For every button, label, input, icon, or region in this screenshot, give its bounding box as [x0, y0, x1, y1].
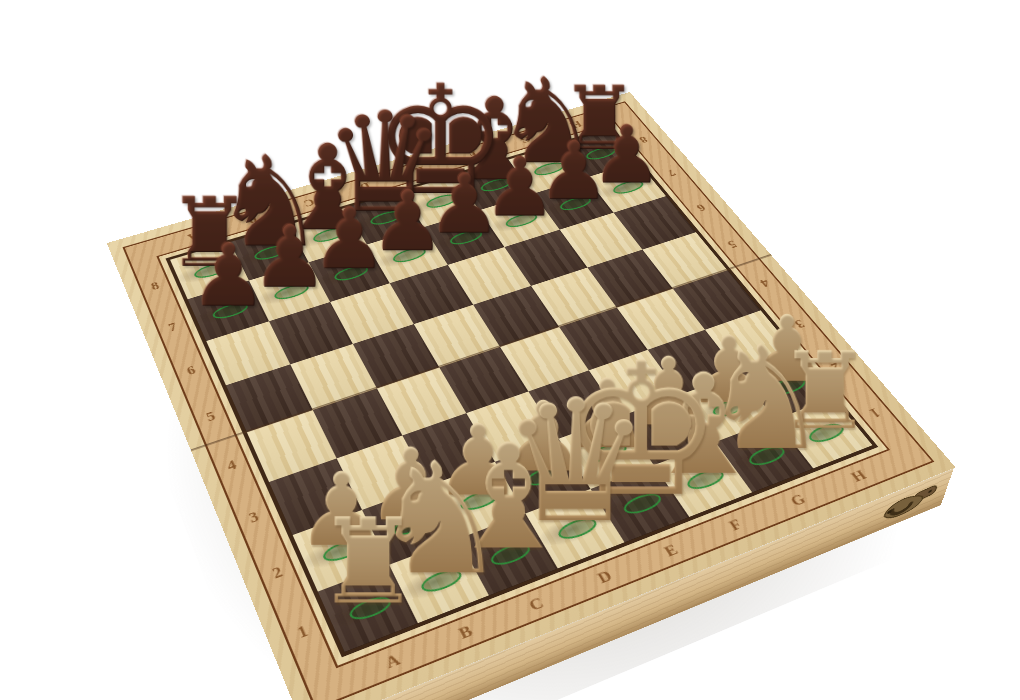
- white-rook-glyph: ♜: [315, 502, 421, 620]
- coord-label-rank-7: 7: [167, 321, 179, 334]
- coord-label-file-a: A: [383, 651, 403, 673]
- coord-label-file-h: H: [848, 467, 870, 485]
- photo-stage: ABCDEFGH ABCDEFGH 87654321 87654321 ♜♞♝♛…: [0, 0, 1020, 700]
- coord-label-file-c: C: [526, 594, 547, 614]
- coord-label-rank-8: 8: [149, 280, 161, 293]
- coord-label-file-b: B: [456, 622, 476, 643]
- coord-label-rank-6: 6: [694, 202, 708, 213]
- coord-label-rank-1: 1: [295, 622, 311, 642]
- coord-label-file-d: D: [594, 567, 615, 587]
- coord-label-rank-6: 6: [185, 364, 198, 378]
- scene: ABCDEFGH ABCDEFGH 87654321 87654321 ♜♞♝♛…: [0, 0, 1020, 700]
- coord-label-rank-4: 4: [757, 276, 772, 289]
- coord-label-file-e: E: [661, 541, 681, 560]
- coord-label-file-f: F: [726, 516, 745, 534]
- coord-label-rank-3: 3: [247, 509, 261, 526]
- coord-label-rank-5: 5: [204, 409, 217, 424]
- coord-label-rank-4: 4: [225, 458, 239, 474]
- black-pawn-glyph: ♟: [189, 233, 267, 320]
- coord-label-rank-2: 2: [270, 564, 285, 582]
- chess-box: ABCDEFGH ABCDEFGH 87654321 87654321 ♜♞♝♛…: [107, 92, 956, 700]
- coord-label-rank-7: 7: [665, 167, 679, 178]
- coord-label-rank-5: 5: [725, 238, 740, 250]
- coord-label-file-g: G: [787, 491, 809, 509]
